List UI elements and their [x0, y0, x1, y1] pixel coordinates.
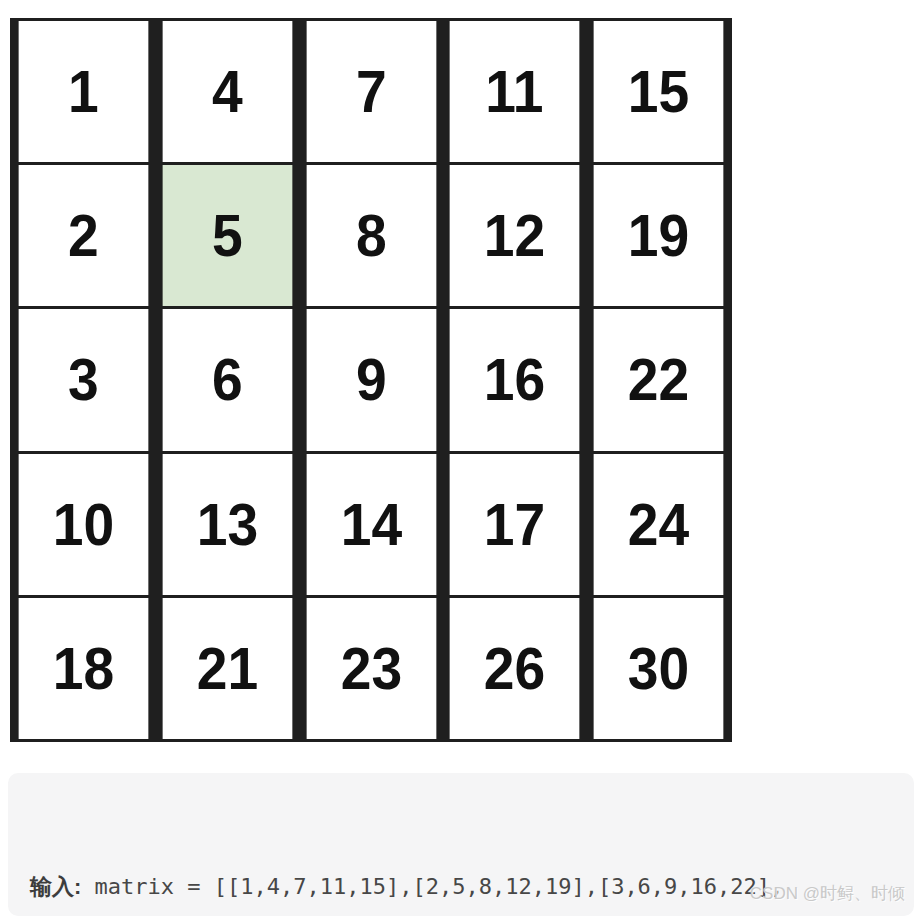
input-label: 输入:	[30, 874, 81, 899]
matrix-cell-r2c2: 5	[162, 165, 292, 306]
matrix-cell-r3c4: 16	[450, 309, 580, 450]
matrix-cell-r1c3: 7	[306, 21, 436, 162]
matrix-cell-r2c1: 2	[19, 165, 149, 306]
matrix-cell-r2c4: 12	[450, 165, 580, 306]
matrix-grid: 1471115258121936916221013141724182123263…	[10, 18, 732, 742]
matrix-cell-r1c2: 4	[162, 21, 292, 162]
matrix-cell-r3c1: 3	[19, 309, 149, 450]
io-example-block: 输入: matrix = [[1,4,7,11,15],[2,5,8,12,19…	[8, 773, 914, 916]
matrix-cell-r2c5: 19	[594, 165, 724, 306]
matrix-cell-r4c4: 17	[450, 454, 580, 595]
matrix-cell-r3c5: 22	[594, 309, 724, 450]
page: 1471115258121936916221013141724182123263…	[0, 0, 914, 916]
matrix-cell-r4c2: 13	[162, 454, 292, 595]
matrix-cell-r5c4: 26	[450, 598, 580, 739]
matrix-cell-r3c2: 6	[162, 309, 292, 450]
matrix-cell-r4c3: 14	[306, 454, 436, 595]
matrix-cell-r4c5: 24	[594, 454, 724, 595]
csdn-watermark: CSDN @时鲟、时倾	[750, 876, 905, 911]
matrix-cell-r5c1: 18	[19, 598, 149, 739]
matrix-cell-r5c2: 21	[162, 598, 292, 739]
matrix-cell-r2c3: 8	[306, 165, 436, 306]
matrix-cell-r1c4: 11	[450, 21, 580, 162]
matrix-cell-r5c5: 30	[594, 598, 724, 739]
matrix-cell-r1c5: 15	[594, 21, 724, 162]
matrix-cell-r4c1: 10	[19, 454, 149, 595]
matrix-cell-r5c3: 23	[306, 598, 436, 739]
matrix-cell-r1c1: 1	[19, 21, 149, 162]
input-value-part-1: matrix = [[1,4,7,11,15],[2,5,8,12,19],[3…	[81, 874, 783, 899]
matrix-cell-r3c3: 9	[306, 309, 436, 450]
